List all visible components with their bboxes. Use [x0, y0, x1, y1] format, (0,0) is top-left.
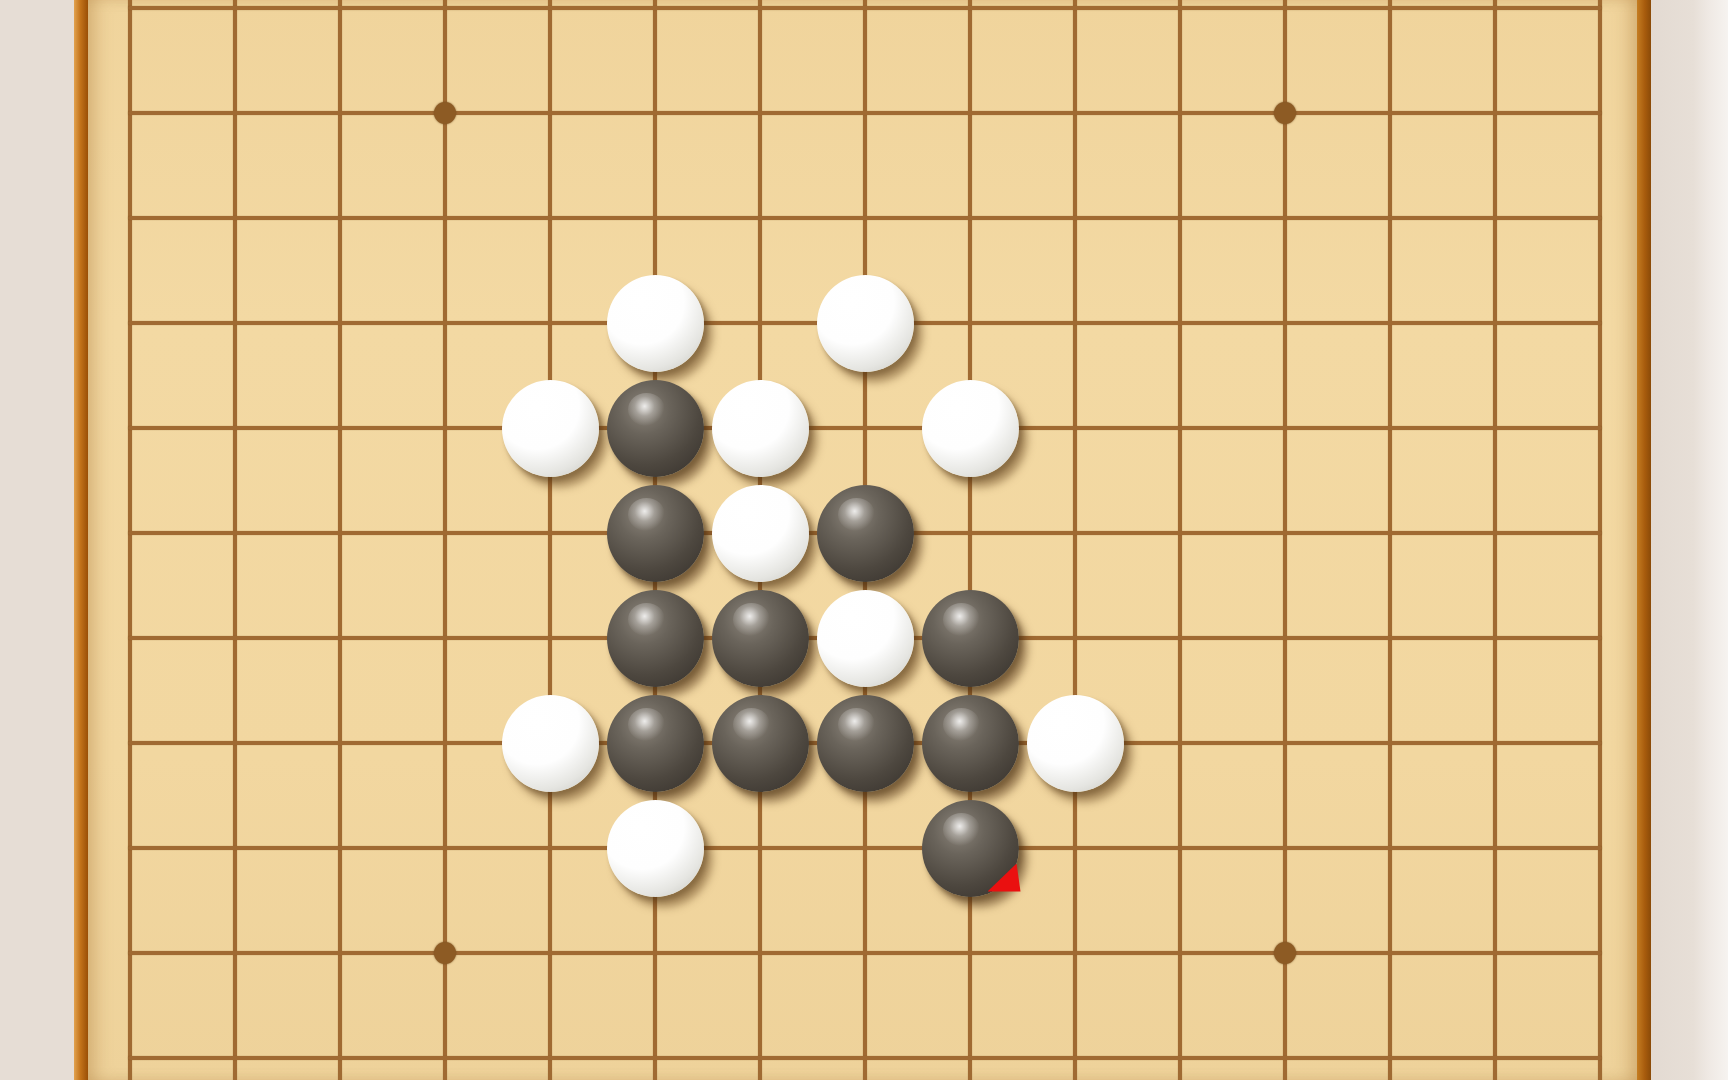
grid-line-vertical [128, 0, 132, 1080]
black-stone[interactable] [817, 695, 914, 792]
grid-line-vertical [1598, 0, 1602, 1080]
stone-highlight [943, 813, 980, 846]
black-stone[interactable] [607, 485, 704, 582]
black-stone[interactable] [817, 485, 914, 582]
black-stone[interactable] [922, 695, 1019, 792]
stone-highlight [838, 708, 875, 741]
grid-line-vertical [1388, 0, 1392, 1080]
white-stone[interactable] [502, 380, 599, 477]
grid-line-horizontal [128, 951, 1602, 955]
stone-highlight [628, 603, 665, 636]
grid-line-vertical [968, 0, 972, 1080]
grid-line-horizontal [128, 216, 1602, 220]
last-move-marker [988, 864, 1021, 892]
stone-highlight [943, 603, 980, 636]
grid-line-vertical [233, 0, 237, 1080]
stone-highlight [628, 498, 665, 531]
white-stone[interactable] [502, 695, 599, 792]
white-stone[interactable] [817, 590, 914, 687]
black-stone[interactable] [922, 590, 1019, 687]
black-stone[interactable] [712, 590, 809, 687]
app-window [0, 0, 1728, 1080]
white-stone[interactable] [922, 380, 1019, 477]
window-right-gutter [1651, 0, 1728, 1080]
star-point [434, 942, 456, 964]
grid-line-horizontal [128, 846, 1602, 850]
white-stone[interactable] [712, 380, 809, 477]
stone-highlight [733, 708, 770, 741]
grid-line-horizontal [128, 6, 1602, 10]
grid-line-vertical [548, 0, 552, 1080]
black-stone[interactable] [607, 380, 704, 477]
board-frame-right [1637, 0, 1651, 1080]
star-point [434, 102, 456, 124]
grid-line-vertical [338, 0, 342, 1080]
black-stone[interactable] [607, 590, 704, 687]
stone-highlight [628, 393, 665, 426]
stone-highlight [943, 708, 980, 741]
black-stone[interactable] [922, 800, 1019, 897]
star-point [1274, 102, 1296, 124]
grid-line-vertical [1283, 0, 1287, 1080]
grid-line-vertical [443, 0, 447, 1080]
stone-highlight [733, 603, 770, 636]
stone-highlight [838, 498, 875, 531]
black-stone[interactable] [712, 695, 809, 792]
white-stone[interactable] [712, 485, 809, 582]
grid-line-vertical [1073, 0, 1077, 1080]
grid-line-vertical [1178, 0, 1182, 1080]
white-stone[interactable] [817, 275, 914, 372]
white-stone[interactable] [1027, 695, 1124, 792]
grid-line-horizontal [128, 426, 1602, 430]
board-frame-left [74, 0, 88, 1080]
stone-highlight [628, 708, 665, 741]
star-point [1274, 942, 1296, 964]
white-stone[interactable] [607, 800, 704, 897]
black-stone[interactable] [607, 695, 704, 792]
grid-line-horizontal [128, 1056, 1602, 1060]
white-stone[interactable] [607, 275, 704, 372]
grid-line-vertical [1493, 0, 1497, 1080]
grid-line-horizontal [128, 111, 1602, 115]
